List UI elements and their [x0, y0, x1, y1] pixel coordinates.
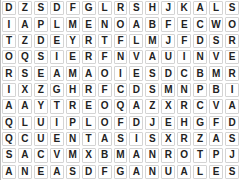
grid-cell[interactable]: N — [114, 50, 128, 64]
grid-cell[interactable]: R — [161, 148, 175, 162]
grid-cell[interactable]: T — [2, 34, 16, 48]
grid-cell[interactable]: R — [82, 50, 96, 64]
grid-cell[interactable]: R — [225, 66, 239, 80]
grid-cell[interactable]: A — [50, 165, 64, 179]
grid-cell[interactable]: A — [129, 148, 143, 162]
grid-cell[interactable]: D — [193, 34, 207, 48]
grid-cell[interactable]: U — [34, 116, 48, 130]
grid-cell[interactable]: O — [2, 50, 16, 64]
grid-cell[interactable]: F — [161, 17, 175, 31]
grid-cell[interactable]: E — [34, 66, 48, 80]
grid-cell[interactable]: I — [2, 17, 16, 31]
grid-cell[interactable]: O — [177, 148, 191, 162]
grid-cell[interactable]: L — [209, 1, 223, 15]
grid-cell[interactable]: M — [114, 148, 128, 162]
grid-cell[interactable]: B — [98, 148, 112, 162]
grid-cell[interactable]: M — [66, 66, 80, 80]
grid-cell[interactable]: Q — [18, 50, 32, 64]
grid-cell[interactable]: F — [98, 83, 112, 97]
grid-cell[interactable]: E — [82, 17, 96, 31]
grid-cell[interactable]: E — [129, 66, 143, 80]
grid-cell[interactable]: A — [225, 99, 239, 113]
grid-cell[interactable]: R — [177, 132, 191, 146]
grid-cell[interactable]: H — [66, 83, 80, 97]
grid-cell[interactable]: F — [98, 50, 112, 64]
grid-cell[interactable]: E — [161, 116, 175, 130]
grid-cell[interactable]: E — [50, 34, 64, 48]
grid-cell[interactable]: G — [193, 116, 207, 130]
grid-cell[interactable]: N — [193, 50, 207, 64]
grid-cell[interactable]: Z — [18, 34, 32, 48]
grid-cell[interactable]: D — [225, 116, 239, 130]
grid-cell[interactable]: D — [129, 83, 143, 97]
grid-cell[interactable]: P — [193, 83, 207, 97]
grid-cell[interactable]: O — [225, 17, 239, 31]
grid-cell[interactable]: N — [18, 165, 32, 179]
grid-cell[interactable]: E — [66, 50, 80, 64]
grid-cell[interactable]: Z — [145, 99, 159, 113]
grid-cell[interactable]: F — [114, 34, 128, 48]
grid-cell[interactable]: V — [129, 50, 143, 64]
word-search-grid: DZSDFGLRSHJKALSIAPLMENOABFECWOTZDEYRTFLM… — [0, 0, 240, 180]
grid-cell[interactable]: P — [209, 148, 223, 162]
grid-cell[interactable]: H — [145, 1, 159, 15]
grid-cell[interactable]: Y — [66, 34, 80, 48]
grid-cell[interactable]: A — [177, 165, 191, 179]
grid-cell[interactable]: G — [50, 83, 64, 97]
grid-cell[interactable]: A — [129, 165, 143, 179]
grid-cell[interactable]: D — [82, 165, 96, 179]
grid-cell[interactable]: T — [193, 148, 207, 162]
grid-cell[interactable]: U — [34, 132, 48, 146]
grid-cell[interactable]: X — [18, 83, 32, 97]
grid-cell[interactable]: B — [193, 66, 207, 80]
grid-cell[interactable]: C — [177, 66, 191, 80]
grid-cell[interactable]: V — [50, 148, 64, 162]
grid-cell[interactable]: U — [161, 165, 175, 179]
grid-cell[interactable]: E — [177, 17, 191, 31]
grid-cell[interactable]: C — [193, 17, 207, 31]
grid-cell[interactable]: L — [98, 1, 112, 15]
grid-cell[interactable]: Z — [193, 132, 207, 146]
grid-cell[interactable]: I — [50, 116, 64, 130]
grid-cell[interactable]: L — [50, 17, 64, 31]
grid-cell[interactable]: S — [225, 165, 239, 179]
grid-cell[interactable]: S — [114, 132, 128, 146]
grid-cell[interactable]: V — [209, 50, 223, 64]
grid-cell[interactable]: R — [66, 99, 80, 113]
grid-cell[interactable]: R — [177, 99, 191, 113]
grid-cell[interactable]: S — [2, 148, 16, 162]
grid-cell[interactable]: I — [114, 66, 128, 80]
grid-cell[interactable]: G — [114, 165, 128, 179]
grid-cell[interactable]: B — [145, 17, 159, 31]
grid-cell[interactable]: A — [129, 17, 143, 31]
grid-cell[interactable]: N — [98, 17, 112, 31]
grid-cell[interactable]: G — [82, 1, 96, 15]
grid-cell[interactable]: E — [82, 99, 96, 113]
grid-cell[interactable]: R — [82, 83, 96, 97]
grid-cell[interactable]: Z — [18, 1, 32, 15]
grid-cell[interactable]: E — [50, 132, 64, 146]
grid-cell[interactable]: F — [66, 1, 80, 15]
grid-cell[interactable]: Q — [2, 116, 16, 130]
grid-cell[interactable]: A — [18, 148, 32, 162]
grid-cell[interactable]: N — [145, 148, 159, 162]
grid-cell[interactable]: O — [98, 99, 112, 113]
grid-cell[interactable]: E — [209, 165, 223, 179]
grid-cell[interactable]: W — [209, 17, 223, 31]
grid-cell[interactable]: I — [50, 50, 64, 64]
grid-cell[interactable]: O — [114, 17, 128, 31]
grid-cell[interactable]: Z — [34, 83, 48, 97]
grid-cell[interactable]: X — [161, 132, 175, 146]
grid-cell[interactable]: S — [34, 1, 48, 15]
grid-cell[interactable]: R — [82, 34, 96, 48]
grid-cell[interactable]: J — [225, 148, 239, 162]
grid-cell[interactable]: K — [177, 1, 191, 15]
grid-cell[interactable]: Q — [2, 132, 16, 146]
grid-cell[interactable]: P — [34, 17, 48, 31]
grid-cell[interactable]: R — [114, 1, 128, 15]
grid-cell[interactable]: U — [161, 50, 175, 64]
grid-cell[interactable]: L — [82, 116, 96, 130]
grid-cell[interactable]: T — [50, 99, 64, 113]
grid-cell[interactable]: S — [225, 1, 239, 15]
grid-cell[interactable]: Q — [114, 99, 128, 113]
grid-cell[interactable]: S — [18, 66, 32, 80]
grid-cell[interactable]: S — [145, 132, 159, 146]
grid-cell[interactable]: Y — [34, 99, 48, 113]
grid-cell[interactable]: A — [98, 132, 112, 146]
grid-cell[interactable]: C — [114, 83, 128, 97]
grid-cell[interactable]: F — [114, 116, 128, 130]
grid-cell[interactable]: B — [209, 83, 223, 97]
grid-cell[interactable]: T — [98, 34, 112, 48]
grid-cell[interactable]: L — [129, 34, 143, 48]
grid-cell[interactable]: A — [129, 99, 143, 113]
grid-cell[interactable]: A — [2, 165, 16, 179]
grid-cell[interactable]: A — [82, 66, 96, 80]
grid-cell[interactable]: X — [161, 99, 175, 113]
grid-cell[interactable]: O — [98, 116, 112, 130]
grid-cell[interactable]: D — [2, 1, 16, 15]
grid-cell[interactable]: S — [145, 66, 159, 80]
grid-cell[interactable]: J — [161, 34, 175, 48]
grid-cell[interactable]: N — [66, 132, 80, 146]
grid-cell[interactable]: C — [18, 132, 32, 146]
grid-cell[interactable]: I — [225, 83, 239, 97]
grid-cell[interactable]: S — [66, 165, 80, 179]
grid-cell[interactable]: L — [193, 165, 207, 179]
grid-cell[interactable]: A — [50, 66, 64, 80]
grid-cell[interactable]: A — [2, 99, 16, 113]
grid-cell[interactable]: J — [145, 116, 159, 130]
grid-cell[interactable]: S — [145, 83, 159, 97]
grid-cell[interactable]: I — [177, 50, 191, 64]
grid-cell[interactable]: A — [145, 50, 159, 64]
grid-cell[interactable]: C — [34, 148, 48, 162]
grid-cell[interactable]: V — [209, 99, 223, 113]
grid-cell[interactable]: N — [177, 83, 191, 97]
grid-cell[interactable]: N — [145, 165, 159, 179]
grid-cell[interactable]: F — [177, 34, 191, 48]
grid-cell[interactable]: I — [129, 132, 143, 146]
grid-cell[interactable]: M — [66, 17, 80, 31]
grid-cell[interactable]: D — [161, 66, 175, 80]
grid-cell[interactable]: P — [66, 116, 80, 130]
grid-cell[interactable]: S — [34, 50, 48, 64]
grid-cell[interactable]: H — [177, 116, 191, 130]
word-search-screen: DZSDFGLRSHJKALSIAPLMENOABFECWOTZDEYRTFLM… — [0, 0, 240, 180]
grid-cell[interactable]: A — [193, 1, 207, 15]
grid-cell[interactable]: D — [129, 116, 143, 130]
grid-cell[interactable]: J — [161, 1, 175, 15]
grid-cell[interactable]: A — [18, 17, 32, 31]
grid-cell[interactable]: A — [209, 132, 223, 146]
grid-cell[interactable]: S — [129, 1, 143, 15]
grid-cell[interactable]: C — [193, 99, 207, 113]
grid-cell[interactable]: R — [2, 66, 16, 80]
grid-cell[interactable]: M — [66, 148, 80, 162]
grid-cell[interactable]: S — [225, 132, 239, 146]
grid-cell[interactable]: E — [225, 50, 239, 64]
grid-cell[interactable]: M — [145, 34, 159, 48]
grid-cell[interactable]: O — [98, 66, 112, 80]
grid-cell[interactable]: A — [18, 99, 32, 113]
grid-cell[interactable]: F — [98, 165, 112, 179]
grid-cell[interactable]: R — [225, 34, 239, 48]
grid-cell[interactable]: M — [209, 66, 223, 80]
grid-cell[interactable]: D — [34, 34, 48, 48]
grid-cell[interactable]: E — [34, 165, 48, 179]
grid-cell[interactable]: I — [2, 83, 16, 97]
grid-cell[interactable]: D — [50, 1, 64, 15]
grid-cell[interactable]: L — [18, 116, 32, 130]
grid-cell[interactable]: X — [82, 148, 96, 162]
grid-cell[interactable]: F — [209, 116, 223, 130]
grid-cell[interactable]: M — [161, 83, 175, 97]
grid-cell[interactable]: S — [209, 34, 223, 48]
grid-cell[interactable]: T — [82, 132, 96, 146]
